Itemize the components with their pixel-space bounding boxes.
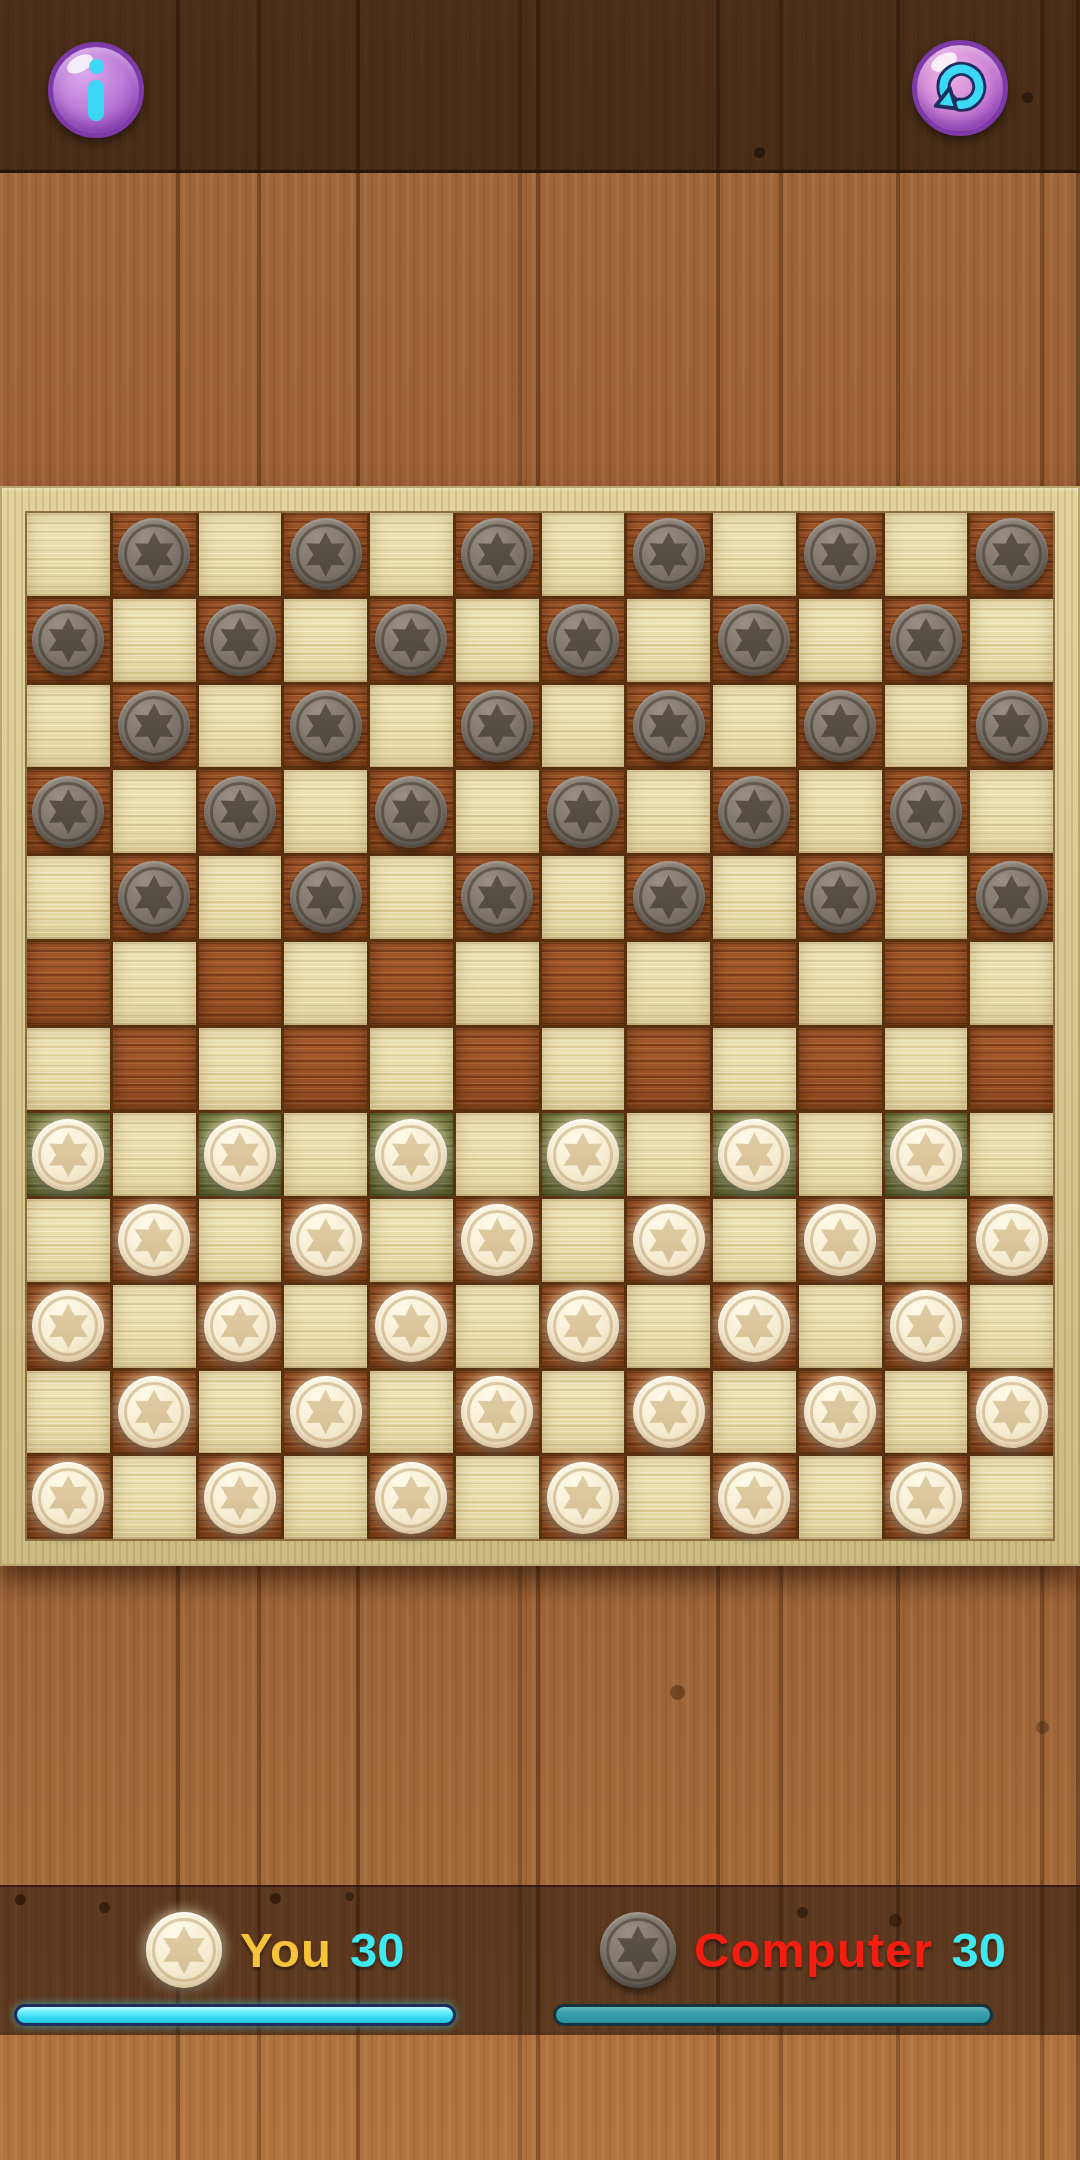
star-icon xyxy=(898,1298,954,1354)
light-piece[interactable] xyxy=(976,1376,1048,1448)
star-icon xyxy=(641,869,697,925)
you-score-group: You 30 xyxy=(146,1908,404,1992)
square-r10c7[interactable] xyxy=(542,1285,625,1368)
star-icon xyxy=(298,526,354,582)
square-r3c4[interactable] xyxy=(284,685,367,768)
square-r5c4[interactable] xyxy=(284,856,367,939)
square-r5c11 xyxy=(885,856,968,939)
dark-piece[interactable] xyxy=(375,604,447,676)
star-icon xyxy=(608,1920,668,1980)
square-r6c8 xyxy=(627,942,710,1025)
star-icon xyxy=(298,869,354,925)
star-icon xyxy=(555,612,611,668)
light-piece[interactable] xyxy=(118,1376,190,1448)
square-r12c8 xyxy=(627,1456,710,1539)
board-grid xyxy=(27,513,1053,1539)
square-r6c1[interactable] xyxy=(27,942,110,1025)
square-r11c7 xyxy=(542,1371,625,1454)
square-r3c8[interactable] xyxy=(627,685,710,768)
square-r6c10 xyxy=(799,942,882,1025)
square-r11c4[interactable] xyxy=(284,1371,367,1454)
square-r2c9[interactable] xyxy=(713,599,796,682)
star-icon xyxy=(641,1384,697,1440)
square-r1c12[interactable] xyxy=(970,513,1053,596)
checkers-board xyxy=(0,486,1080,1566)
dark-piece[interactable] xyxy=(718,604,790,676)
computer-label: Computer xyxy=(694,1922,933,1978)
light-piece[interactable] xyxy=(718,1462,790,1534)
light-piece[interactable] xyxy=(633,1376,705,1448)
square-r11c5 xyxy=(370,1371,453,1454)
star-icon xyxy=(898,1470,954,1526)
star-icon xyxy=(212,1127,268,1183)
square-r10c12 xyxy=(970,1285,1053,1368)
square-r8c4 xyxy=(284,1113,367,1196)
square-r12c10 xyxy=(799,1456,882,1539)
square-r9c6[interactable] xyxy=(456,1199,539,1282)
star-icon xyxy=(555,1127,611,1183)
light-piece[interactable] xyxy=(204,1119,276,1191)
star-icon xyxy=(383,1470,439,1526)
square-r11c6[interactable] xyxy=(456,1371,539,1454)
square-r10c6 xyxy=(456,1285,539,1368)
you-piece-count: 30 xyxy=(350,1922,405,1978)
square-r6c5[interactable] xyxy=(370,942,453,1025)
star-icon xyxy=(984,1384,1040,1440)
star-icon xyxy=(298,698,354,754)
square-r10c8 xyxy=(627,1285,710,1368)
light-piece[interactable] xyxy=(547,1462,619,1534)
light-piece[interactable] xyxy=(118,1204,190,1276)
square-r2c8 xyxy=(627,599,710,682)
dark-piece[interactable] xyxy=(976,690,1048,762)
square-r2c5[interactable] xyxy=(370,599,453,682)
square-r9c5 xyxy=(370,1199,453,1282)
star-icon xyxy=(469,869,525,925)
square-r6c9[interactable] xyxy=(713,942,796,1025)
light-piece[interactable] xyxy=(461,1204,533,1276)
computer-score-group: Computer 30 xyxy=(600,1908,1006,1992)
light-piece[interactable] xyxy=(32,1119,104,1191)
star-icon xyxy=(641,526,697,582)
square-r4c3[interactable] xyxy=(199,770,282,853)
star-icon xyxy=(298,1212,354,1268)
light-piece[interactable] xyxy=(718,1119,790,1191)
square-r12c12 xyxy=(970,1456,1053,1539)
light-piece[interactable] xyxy=(204,1290,276,1362)
dark-piece[interactable] xyxy=(718,776,790,848)
star-icon xyxy=(984,698,1040,754)
square-r8c11[interactable] xyxy=(885,1113,968,1196)
square-r11c3 xyxy=(199,1371,282,1454)
square-r3c12[interactable] xyxy=(970,685,1053,768)
star-icon xyxy=(469,526,525,582)
square-r3c6[interactable] xyxy=(456,685,539,768)
dark-piece[interactable] xyxy=(633,690,705,762)
square-r2c1[interactable] xyxy=(27,599,110,682)
square-r1c4[interactable] xyxy=(284,513,367,596)
square-r8c12 xyxy=(970,1113,1053,1196)
star-icon xyxy=(212,1470,268,1526)
square-r12c6 xyxy=(456,1456,539,1539)
square-r7c7 xyxy=(542,1028,625,1111)
square-r6c6 xyxy=(456,942,539,1025)
star-icon xyxy=(40,612,96,668)
square-r3c1 xyxy=(27,685,110,768)
square-r12c2 xyxy=(113,1456,196,1539)
square-r9c12[interactable] xyxy=(970,1199,1053,1282)
square-r5c7 xyxy=(542,856,625,939)
square-r7c4[interactable] xyxy=(284,1028,367,1111)
square-r1c11 xyxy=(885,513,968,596)
star-icon xyxy=(40,1127,96,1183)
star-icon xyxy=(898,1127,954,1183)
square-r12c5[interactable] xyxy=(370,1456,453,1539)
floor-strip xyxy=(0,2033,1080,2160)
info-icon xyxy=(88,59,104,121)
wood-knots-decor xyxy=(0,0,5,5)
square-r8c9[interactable] xyxy=(713,1113,796,1196)
dark-piece[interactable] xyxy=(290,518,362,590)
star-icon xyxy=(555,1298,611,1354)
square-r6c2 xyxy=(113,942,196,1025)
dark-piece[interactable] xyxy=(375,776,447,848)
square-r9c11 xyxy=(885,1199,968,1282)
light-piece[interactable] xyxy=(290,1204,362,1276)
light-piece[interactable] xyxy=(890,1462,962,1534)
square-r3c9 xyxy=(713,685,796,768)
you-label: You xyxy=(240,1922,332,1978)
square-r4c8 xyxy=(627,770,710,853)
square-r2c4 xyxy=(284,599,367,682)
star-icon xyxy=(812,698,868,754)
dark-piece[interactable] xyxy=(204,604,276,676)
square-r4c5[interactable] xyxy=(370,770,453,853)
star-icon xyxy=(40,1298,96,1354)
square-r10c1[interactable] xyxy=(27,1285,110,1368)
light-piece[interactable] xyxy=(32,1462,104,1534)
square-r2c12 xyxy=(970,599,1053,682)
square-r3c10[interactable] xyxy=(799,685,882,768)
square-r10c5[interactable] xyxy=(370,1285,453,1368)
square-r7c6[interactable] xyxy=(456,1028,539,1111)
square-r2c11[interactable] xyxy=(885,599,968,682)
star-icon xyxy=(641,698,697,754)
star-icon xyxy=(812,869,868,925)
square-r3c11 xyxy=(885,685,968,768)
square-r2c7[interactable] xyxy=(542,599,625,682)
square-r1c1 xyxy=(27,513,110,596)
square-r9c10[interactable] xyxy=(799,1199,882,1282)
star-icon xyxy=(383,784,439,840)
square-r4c12 xyxy=(970,770,1053,853)
square-r7c10[interactable] xyxy=(799,1028,882,1111)
square-r5c6[interactable] xyxy=(456,856,539,939)
light-piece[interactable] xyxy=(804,1204,876,1276)
you-progress-bar xyxy=(14,2004,456,2026)
square-r11c11 xyxy=(885,1371,968,1454)
square-r4c10 xyxy=(799,770,882,853)
square-r8c6 xyxy=(456,1113,539,1196)
square-r10c2 xyxy=(113,1285,196,1368)
star-icon xyxy=(212,784,268,840)
square-r4c6 xyxy=(456,770,539,853)
star-icon xyxy=(383,1298,439,1354)
star-icon xyxy=(984,526,1040,582)
square-r3c3 xyxy=(199,685,282,768)
star-icon xyxy=(726,1127,782,1183)
square-r2c10 xyxy=(799,599,882,682)
square-r8c10 xyxy=(799,1113,882,1196)
square-r4c7[interactable] xyxy=(542,770,625,853)
square-r12c11[interactable] xyxy=(885,1456,968,1539)
star-icon xyxy=(383,612,439,668)
star-icon xyxy=(40,1470,96,1526)
square-r9c1 xyxy=(27,1199,110,1282)
dark-piece[interactable] xyxy=(290,690,362,762)
star-icon xyxy=(898,612,954,668)
dark-piece[interactable] xyxy=(118,690,190,762)
square-r5c2[interactable] xyxy=(113,856,196,939)
square-r11c9 xyxy=(713,1371,796,1454)
star-icon xyxy=(812,526,868,582)
light-piece[interactable] xyxy=(718,1290,790,1362)
star-icon xyxy=(726,784,782,840)
square-r5c8[interactable] xyxy=(627,856,710,939)
square-r8c3[interactable] xyxy=(199,1113,282,1196)
square-r10c3[interactable] xyxy=(199,1285,282,1368)
dark-piece[interactable] xyxy=(290,861,362,933)
star-icon xyxy=(126,526,182,582)
dark-piece[interactable] xyxy=(633,861,705,933)
light-piece[interactable] xyxy=(890,1119,962,1191)
square-r9c9 xyxy=(713,1199,796,1282)
square-r5c5 xyxy=(370,856,453,939)
light-piece[interactable] xyxy=(461,1376,533,1448)
light-piece[interactable] xyxy=(204,1462,276,1534)
restart-icon xyxy=(928,56,992,120)
square-r2c6 xyxy=(456,599,539,682)
star-icon xyxy=(126,1212,182,1268)
square-r2c3[interactable] xyxy=(199,599,282,682)
star-icon xyxy=(212,1298,268,1354)
square-r1c2[interactable] xyxy=(113,513,196,596)
computer-piece-count: 30 xyxy=(951,1922,1006,1978)
dark-piece[interactable] xyxy=(804,518,876,590)
star-icon xyxy=(154,1920,214,1980)
dark-piece-icon xyxy=(600,1912,676,1988)
square-r3c7 xyxy=(542,685,625,768)
square-r2c2 xyxy=(113,599,196,682)
dark-piece[interactable] xyxy=(804,690,876,762)
square-r9c2[interactable] xyxy=(113,1199,196,1282)
dark-piece[interactable] xyxy=(976,861,1048,933)
square-r12c4 xyxy=(284,1456,367,1539)
square-r11c12[interactable] xyxy=(970,1371,1053,1454)
square-r1c9 xyxy=(713,513,796,596)
square-r1c10[interactable] xyxy=(799,513,882,596)
star-icon xyxy=(469,698,525,754)
light-piece[interactable] xyxy=(375,1290,447,1362)
square-r6c11[interactable] xyxy=(885,942,968,1025)
square-r5c3 xyxy=(199,856,282,939)
square-r4c4 xyxy=(284,770,367,853)
square-r6c3[interactable] xyxy=(199,942,282,1025)
square-r3c5 xyxy=(370,685,453,768)
square-r8c7[interactable] xyxy=(542,1113,625,1196)
square-r7c5 xyxy=(370,1028,453,1111)
square-r4c11[interactable] xyxy=(885,770,968,853)
square-r8c2 xyxy=(113,1113,196,1196)
square-r10c9[interactable] xyxy=(713,1285,796,1368)
info-button[interactable] xyxy=(48,42,144,138)
square-r9c3 xyxy=(199,1199,282,1282)
star-icon xyxy=(126,1384,182,1440)
square-r6c7[interactable] xyxy=(542,942,625,1025)
square-r10c4 xyxy=(284,1285,367,1368)
star-icon xyxy=(898,784,954,840)
star-icon xyxy=(40,784,96,840)
square-r1c6[interactable] xyxy=(456,513,539,596)
square-r7c11 xyxy=(885,1028,968,1111)
light-piece-icon xyxy=(146,1912,222,1988)
square-r8c5[interactable] xyxy=(370,1113,453,1196)
square-r12c9[interactable] xyxy=(713,1456,796,1539)
star-icon xyxy=(641,1212,697,1268)
light-piece[interactable] xyxy=(375,1119,447,1191)
square-r4c9[interactable] xyxy=(713,770,796,853)
light-piece[interactable] xyxy=(804,1376,876,1448)
square-r10c11[interactable] xyxy=(885,1285,968,1368)
star-icon xyxy=(383,1127,439,1183)
square-r4c2 xyxy=(113,770,196,853)
star-icon xyxy=(984,1212,1040,1268)
star-icon xyxy=(126,698,182,754)
dark-piece[interactable] xyxy=(976,518,1048,590)
square-r5c12[interactable] xyxy=(970,856,1053,939)
square-r9c8[interactable] xyxy=(627,1199,710,1282)
square-r3c2[interactable] xyxy=(113,685,196,768)
square-r1c5 xyxy=(370,513,453,596)
square-r11c10[interactable] xyxy=(799,1371,882,1454)
light-piece[interactable] xyxy=(32,1290,104,1362)
light-piece[interactable] xyxy=(633,1204,705,1276)
square-r1c3 xyxy=(199,513,282,596)
square-r12c1[interactable] xyxy=(27,1456,110,1539)
star-icon xyxy=(555,1470,611,1526)
square-r4c1[interactable] xyxy=(27,770,110,853)
dark-piece[interactable] xyxy=(461,690,533,762)
computer-progress-bar xyxy=(553,2004,993,2026)
dark-piece[interactable] xyxy=(461,861,533,933)
dark-piece[interactable] xyxy=(633,518,705,590)
star-icon xyxy=(555,784,611,840)
dark-piece[interactable] xyxy=(118,518,190,590)
dark-piece[interactable] xyxy=(204,776,276,848)
square-r1c7 xyxy=(542,513,625,596)
square-r5c9 xyxy=(713,856,796,939)
square-r12c3[interactable] xyxy=(199,1456,282,1539)
square-r11c8[interactable] xyxy=(627,1371,710,1454)
light-piece[interactable] xyxy=(375,1462,447,1534)
square-r1c8[interactable] xyxy=(627,513,710,596)
dark-piece[interactable] xyxy=(547,776,619,848)
dark-piece[interactable] xyxy=(32,776,104,848)
square-r7c12[interactable] xyxy=(970,1028,1053,1111)
restart-button[interactable] xyxy=(912,40,1008,136)
dark-piece[interactable] xyxy=(118,861,190,933)
light-piece[interactable] xyxy=(890,1290,962,1362)
star-icon xyxy=(726,612,782,668)
square-r5c1 xyxy=(27,856,110,939)
dark-piece[interactable] xyxy=(461,518,533,590)
star-icon xyxy=(812,1384,868,1440)
square-r7c3 xyxy=(199,1028,282,1111)
square-r11c2[interactable] xyxy=(113,1371,196,1454)
square-r12c7[interactable] xyxy=(542,1456,625,1539)
dark-piece[interactable] xyxy=(32,604,104,676)
dark-piece[interactable] xyxy=(547,604,619,676)
square-r10c10 xyxy=(799,1285,882,1368)
square-r9c4[interactable] xyxy=(284,1199,367,1282)
dark-piece[interactable] xyxy=(804,861,876,933)
star-icon xyxy=(298,1384,354,1440)
dark-piece[interactable] xyxy=(890,776,962,848)
square-r7c9 xyxy=(713,1028,796,1111)
square-r7c8[interactable] xyxy=(627,1028,710,1111)
star-icon xyxy=(726,1298,782,1354)
star-icon xyxy=(726,1470,782,1526)
dark-piece[interactable] xyxy=(890,604,962,676)
star-icon xyxy=(469,1384,525,1440)
square-r6c4 xyxy=(284,942,367,1025)
light-piece[interactable] xyxy=(547,1290,619,1362)
star-icon xyxy=(212,612,268,668)
square-r6c12 xyxy=(970,942,1053,1025)
square-r11c1 xyxy=(27,1371,110,1454)
square-r8c1[interactable] xyxy=(27,1113,110,1196)
star-icon xyxy=(812,1212,868,1268)
square-r7c2[interactable] xyxy=(113,1028,196,1111)
star-icon xyxy=(469,1212,525,1268)
square-r5c10[interactable] xyxy=(799,856,882,939)
square-r8c8 xyxy=(627,1113,710,1196)
square-r7c1 xyxy=(27,1028,110,1111)
light-piece[interactable] xyxy=(290,1376,362,1448)
square-r9c7 xyxy=(542,1199,625,1282)
light-piece[interactable] xyxy=(976,1204,1048,1276)
star-icon xyxy=(984,869,1040,925)
star-icon xyxy=(126,869,182,925)
light-piece[interactable] xyxy=(547,1119,619,1191)
